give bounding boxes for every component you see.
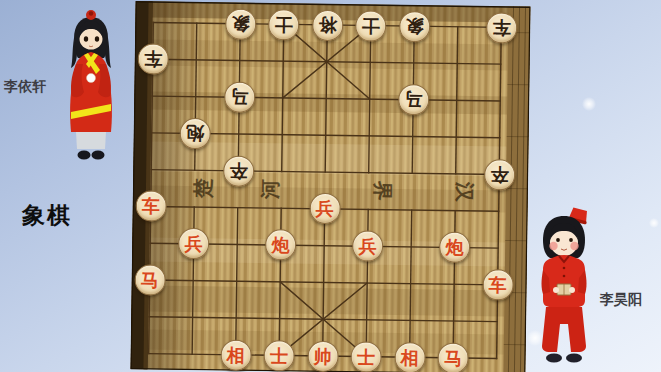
player-right-figure	[530, 206, 598, 370]
piece-red-兵[interactable]: 兵	[178, 228, 209, 259]
piece-glyph: 相	[395, 343, 424, 372]
piece-glyph: 兵	[179, 229, 208, 258]
piece-glyph: 帅	[308, 341, 337, 370]
video-frame: 李依轩 象棋 李昊阳	[0, 0, 661, 372]
piece-glyph: 车	[136, 192, 165, 221]
piece-red-士[interactable]: 士	[350, 341, 381, 372]
piece-glyph: 象	[400, 11, 429, 40]
piece-glyph: 兵	[310, 194, 339, 223]
piece-black-卒[interactable]: 卒	[223, 155, 254, 186]
piece-glyph: 炮	[440, 233, 469, 262]
pieces-layer: 象士将士象车车马马炮卒卒车兵兵炮兵炮马车相士帅士相马	[130, 0, 530, 372]
player-right-name: 李昊阳	[600, 291, 642, 309]
piece-black-车[interactable]: 车	[486, 12, 517, 43]
piece-black-炮[interactable]: 炮	[180, 118, 211, 149]
piece-glyph: 士	[356, 11, 385, 40]
piece-black-马[interactable]: 马	[398, 84, 429, 115]
piece-red-炮[interactable]: 炮	[439, 232, 470, 263]
piece-black-卒[interactable]: 卒	[483, 159, 514, 190]
piece-red-相[interactable]: 相	[220, 339, 251, 370]
piece-red-炮[interactable]: 炮	[265, 229, 296, 260]
piece-glyph: 士	[269, 10, 298, 39]
piece-glyph: 士	[264, 341, 293, 370]
piece-glyph: 相	[221, 340, 250, 369]
piece-glyph: 兵	[353, 232, 382, 261]
piece-red-相[interactable]: 相	[394, 342, 425, 372]
player-left-name: 李依轩	[4, 78, 46, 96]
piece-glyph: 炮	[266, 230, 295, 259]
piece-glyph: 炮	[181, 119, 210, 148]
xiangqi-board[interactable]: 楚河界汉 象士将士象车车马马炮卒卒车兵兵炮兵炮马车相士帅士相马	[130, 0, 530, 372]
sparkle	[649, 218, 659, 228]
piece-glyph: 马	[438, 343, 467, 372]
piece-glyph: 马	[225, 83, 254, 112]
piece-red-帅[interactable]: 帅	[307, 340, 338, 371]
piece-red-士[interactable]: 士	[263, 340, 294, 371]
piece-black-马[interactable]: 马	[224, 82, 255, 113]
piece-glyph: 士	[351, 342, 380, 371]
piece-glyph: 车	[487, 13, 516, 42]
sparkle	[582, 97, 596, 111]
player-left-figure	[62, 8, 120, 162]
piece-black-象[interactable]: 象	[225, 8, 256, 39]
piece-black-象[interactable]: 象	[399, 10, 430, 41]
piece-glyph: 卒	[224, 156, 253, 185]
piece-glyph: 将	[313, 10, 342, 39]
piece-glyph: 象	[226, 9, 255, 38]
piece-black-士[interactable]: 士	[268, 9, 299, 40]
piece-red-兵[interactable]: 兵	[309, 193, 340, 224]
page-title: 象棋	[22, 200, 72, 231]
piece-glyph: 马	[135, 265, 164, 294]
piece-glyph: 马	[399, 85, 428, 114]
piece-glyph: 车	[138, 45, 167, 74]
piece-black-将[interactable]: 将	[312, 9, 343, 40]
piece-red-兵[interactable]: 兵	[352, 231, 383, 262]
piece-red-车[interactable]: 车	[482, 269, 513, 300]
piece-red-马[interactable]: 马	[134, 264, 165, 295]
piece-black-士[interactable]: 士	[355, 10, 386, 41]
piece-glyph: 车	[483, 270, 512, 299]
piece-glyph: 卒	[484, 160, 513, 189]
piece-black-车[interactable]: 车	[137, 44, 168, 75]
piece-red-车[interactable]: 车	[135, 191, 166, 222]
piece-red-马[interactable]: 马	[437, 342, 468, 372]
